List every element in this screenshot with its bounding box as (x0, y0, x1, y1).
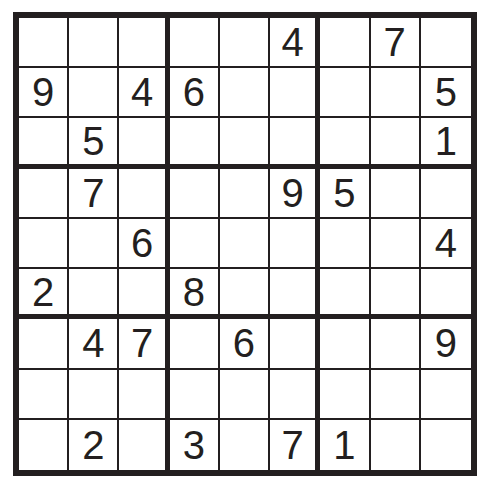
cell-r6c6[interactable] (270, 269, 320, 319)
cell-r7c8[interactable] (371, 319, 421, 369)
cell-r3c3[interactable] (119, 118, 169, 168)
cell-r4c5[interactable] (220, 169, 270, 219)
cell-r1c2[interactable] (69, 18, 119, 68)
cell-r4c6[interactable]: 9 (270, 169, 320, 219)
page: 47946551795642847692371 (0, 0, 485, 476)
cell-r5c5[interactable] (220, 219, 270, 269)
cell-r6c2[interactable] (69, 269, 119, 319)
cell-r1c6[interactable]: 4 (270, 18, 320, 68)
cell-r5c9[interactable]: 4 (421, 219, 471, 269)
cell-r8c6[interactable] (270, 370, 320, 420)
cell-r2c6[interactable] (270, 68, 320, 118)
cell-r8c1[interactable] (19, 370, 69, 420)
cell-r5c8[interactable] (371, 219, 421, 269)
cell-r8c5[interactable] (220, 370, 270, 420)
cell-r2c2[interactable] (69, 68, 119, 118)
cell-r2c1[interactable]: 9 (19, 68, 69, 118)
cell-r7c7[interactable] (320, 319, 370, 369)
cell-r3c7[interactable] (320, 118, 370, 168)
cell-r4c8[interactable] (371, 169, 421, 219)
cell-r8c8[interactable] (371, 370, 421, 420)
cell-r6c4[interactable]: 8 (170, 269, 220, 319)
cell-r1c4[interactable] (170, 18, 220, 68)
cell-r7c1[interactable] (19, 319, 69, 369)
cell-r2c5[interactable] (220, 68, 270, 118)
cell-r3c4[interactable] (170, 118, 220, 168)
cell-r8c2[interactable] (69, 370, 119, 420)
cell-r6c7[interactable] (320, 269, 370, 319)
cell-r2c4[interactable]: 6 (170, 68, 220, 118)
cell-r2c7[interactable] (320, 68, 370, 118)
cell-r2c3[interactable]: 4 (119, 68, 169, 118)
cell-r6c1[interactable]: 2 (19, 269, 69, 319)
cell-r9c4[interactable]: 3 (170, 420, 220, 470)
cell-r9c5[interactable] (220, 420, 270, 470)
cell-r7c9[interactable]: 9 (421, 319, 471, 369)
cell-r1c3[interactable] (119, 18, 169, 68)
cell-r3c5[interactable] (220, 118, 270, 168)
cell-r5c7[interactable] (320, 219, 370, 269)
cell-r3c2[interactable]: 5 (69, 118, 119, 168)
cell-r4c9[interactable] (421, 169, 471, 219)
cell-r9c8[interactable] (371, 420, 421, 470)
cell-r4c3[interactable] (119, 169, 169, 219)
cell-r9c1[interactable] (19, 420, 69, 470)
cell-r8c9[interactable] (421, 370, 471, 420)
cell-r3c9[interactable]: 1 (421, 118, 471, 168)
cell-r4c1[interactable] (19, 169, 69, 219)
cell-r6c5[interactable] (220, 269, 270, 319)
cell-r4c4[interactable] (170, 169, 220, 219)
cell-r7c5[interactable]: 6 (220, 319, 270, 369)
sudoku-board: 47946551795642847692371 (13, 12, 477, 476)
cell-r1c8[interactable]: 7 (371, 18, 421, 68)
cell-r5c3[interactable]: 6 (119, 219, 169, 269)
cell-r9c3[interactable] (119, 420, 169, 470)
cell-r2c9[interactable]: 5 (421, 68, 471, 118)
cell-r5c1[interactable] (19, 219, 69, 269)
cell-r7c2[interactable]: 4 (69, 319, 119, 369)
cell-r5c6[interactable] (270, 219, 320, 269)
cell-r9c2[interactable]: 2 (69, 420, 119, 470)
cell-r3c1[interactable] (19, 118, 69, 168)
cell-r9c9[interactable] (421, 420, 471, 470)
cell-r1c7[interactable] (320, 18, 370, 68)
cell-r1c5[interactable] (220, 18, 270, 68)
cell-r3c8[interactable] (371, 118, 421, 168)
cell-r4c7[interactable]: 5 (320, 169, 370, 219)
cell-r4c2[interactable]: 7 (69, 169, 119, 219)
cell-r3c6[interactable] (270, 118, 320, 168)
cell-r8c7[interactable] (320, 370, 370, 420)
cell-r8c3[interactable] (119, 370, 169, 420)
cell-r7c4[interactable] (170, 319, 220, 369)
cell-r5c2[interactable] (69, 219, 119, 269)
cell-r8c4[interactable] (170, 370, 220, 420)
cell-r5c4[interactable] (170, 219, 220, 269)
cell-r2c8[interactable] (371, 68, 421, 118)
cell-r1c1[interactable] (19, 18, 69, 68)
cell-r9c6[interactable]: 7 (270, 420, 320, 470)
cell-r6c8[interactable] (371, 269, 421, 319)
cell-r6c3[interactable] (119, 269, 169, 319)
cell-r1c9[interactable] (421, 18, 471, 68)
cell-r7c6[interactable] (270, 319, 320, 369)
cell-r9c7[interactable]: 1 (320, 420, 370, 470)
cell-r6c9[interactable] (421, 269, 471, 319)
cell-r7c3[interactable]: 7 (119, 319, 169, 369)
